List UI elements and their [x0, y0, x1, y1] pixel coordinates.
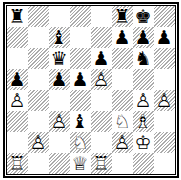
square-g5[interactable] [133, 69, 154, 90]
black-king-piece: ♚ [133, 6, 154, 27]
square-a7[interactable] [7, 27, 28, 48]
square-b4[interactable] [28, 90, 49, 111]
square-a4[interactable]: ♟♙ [7, 90, 28, 111]
square-d5[interactable]: ♟ [70, 69, 91, 90]
square-f7[interactable]: ♟ [112, 27, 133, 48]
square-b3[interactable] [28, 111, 49, 132]
white-knight-piece: ♞♘ [70, 132, 91, 153]
square-c2[interactable] [49, 132, 70, 153]
square-h2[interactable] [154, 132, 175, 153]
white-pawn-piece: ♟♙ [154, 90, 175, 111]
white-pawn-piece: ♟♙ [133, 90, 154, 111]
square-h6[interactable] [154, 48, 175, 69]
black-pawn-piece: ♟ [70, 69, 91, 90]
chess-diagram: ♜♜♚♝♟♟♟♛♟♞♟♟♟♟♙♟♙♟♙♟♙♟♙♝♞♘♝♗♟♙♞♘♟♙♚♔♜♖♛♕… [0, 0, 181, 180]
black-pawn-piece: ♟ [49, 69, 70, 90]
black-knight-piece: ♞ [133, 48, 154, 69]
square-h7[interactable]: ♟ [154, 27, 175, 48]
black-queen-piece: ♛ [49, 48, 70, 69]
white-queen-piece: ♛♕ [70, 153, 91, 174]
square-b8[interactable] [28, 6, 49, 27]
chess-board: ♜♜♚♝♟♟♟♛♟♞♟♟♟♟♙♟♙♟♙♟♙♟♙♝♞♘♝♗♟♙♞♘♟♙♚♔♜♖♛♕… [7, 6, 175, 174]
square-d1[interactable]: ♛♕ [70, 153, 91, 174]
square-a3[interactable] [7, 111, 28, 132]
square-e4[interactable] [91, 90, 112, 111]
square-b6[interactable] [28, 48, 49, 69]
square-e5[interactable]: ♟♙ [91, 69, 112, 90]
board-frame: ♜♜♚♝♟♟♟♛♟♞♟♟♟♟♙♟♙♟♙♟♙♟♙♝♞♘♝♗♟♙♞♘♟♙♚♔♜♖♛♕… [3, 2, 179, 178]
square-g7[interactable]: ♟ [133, 27, 154, 48]
square-b2[interactable]: ♟♙ [28, 132, 49, 153]
black-pawn-piece: ♟ [91, 48, 112, 69]
square-g8[interactable]: ♚ [133, 6, 154, 27]
square-c7[interactable]: ♝ [49, 27, 70, 48]
square-d8[interactable] [70, 6, 91, 27]
square-f1[interactable] [112, 153, 133, 174]
square-c6[interactable]: ♛ [49, 48, 70, 69]
square-a1[interactable]: ♜♖ [7, 153, 28, 174]
square-b7[interactable] [28, 27, 49, 48]
square-d6[interactable] [70, 48, 91, 69]
board-inner-border: ♜♜♚♝♟♟♟♛♟♞♟♟♟♟♙♟♙♟♙♟♙♟♙♝♞♘♝♗♟♙♞♘♟♙♚♔♜♖♛♕… [6, 5, 176, 175]
square-b1[interactable] [28, 153, 49, 174]
black-bishop-piece: ♝ [49, 27, 70, 48]
square-h5[interactable] [154, 69, 175, 90]
square-g1[interactable] [133, 153, 154, 174]
white-king-piece: ♚♔ [133, 132, 154, 153]
black-pawn-piece: ♟ [112, 27, 133, 48]
square-e7[interactable] [91, 27, 112, 48]
square-f8[interactable]: ♜ [112, 6, 133, 27]
square-d3[interactable]: ♝ [70, 111, 91, 132]
square-e8[interactable] [91, 6, 112, 27]
white-pawn-piece: ♟♙ [7, 90, 28, 111]
square-e2[interactable] [91, 132, 112, 153]
white-pawn-piece: ♟♙ [49, 111, 70, 132]
black-bishop-piece: ♝ [70, 111, 91, 132]
square-b5[interactable] [28, 69, 49, 90]
square-f5[interactable] [112, 69, 133, 90]
square-g4[interactable]: ♟♙ [133, 90, 154, 111]
black-rook-piece: ♜ [7, 6, 28, 27]
square-e3[interactable] [91, 111, 112, 132]
square-f6[interactable] [112, 48, 133, 69]
square-a8[interactable]: ♜ [7, 6, 28, 27]
white-pawn-piece: ♟♙ [28, 132, 49, 153]
square-e1[interactable]: ♜♖ [91, 153, 112, 174]
square-c1[interactable] [49, 153, 70, 174]
white-pawn-piece: ♟♙ [91, 69, 112, 90]
square-a2[interactable] [7, 132, 28, 153]
square-a6[interactable] [7, 48, 28, 69]
square-c4[interactable] [49, 90, 70, 111]
square-d4[interactable] [70, 90, 91, 111]
square-d7[interactable] [70, 27, 91, 48]
square-e6[interactable]: ♟ [91, 48, 112, 69]
square-g6[interactable]: ♞ [133, 48, 154, 69]
black-pawn-piece: ♟ [7, 69, 28, 90]
square-f4[interactable] [112, 90, 133, 111]
white-knight-piece: ♞♘ [112, 111, 133, 132]
square-g2[interactable]: ♚♔ [133, 132, 154, 153]
square-f3[interactable]: ♞♘ [112, 111, 133, 132]
square-h8[interactable] [154, 6, 175, 27]
square-c5[interactable]: ♟ [49, 69, 70, 90]
square-c3[interactable]: ♟♙ [49, 111, 70, 132]
white-bishop-piece: ♝♗ [133, 111, 154, 132]
black-pawn-piece: ♟ [154, 27, 175, 48]
square-h1[interactable] [154, 153, 175, 174]
square-g3[interactable]: ♝♗ [133, 111, 154, 132]
white-pawn-piece: ♟♙ [112, 132, 133, 153]
square-h4[interactable]: ♟♙ [154, 90, 175, 111]
square-a5[interactable]: ♟ [7, 69, 28, 90]
black-pawn-piece: ♟ [133, 27, 154, 48]
square-d2[interactable]: ♞♘ [70, 132, 91, 153]
black-rook-piece: ♜ [112, 6, 133, 27]
white-rook-piece: ♜♖ [91, 153, 112, 174]
square-h3[interactable] [154, 111, 175, 132]
square-f2[interactable]: ♟♙ [112, 132, 133, 153]
square-c8[interactable] [49, 6, 70, 27]
white-rook-piece: ♜♖ [7, 153, 28, 174]
